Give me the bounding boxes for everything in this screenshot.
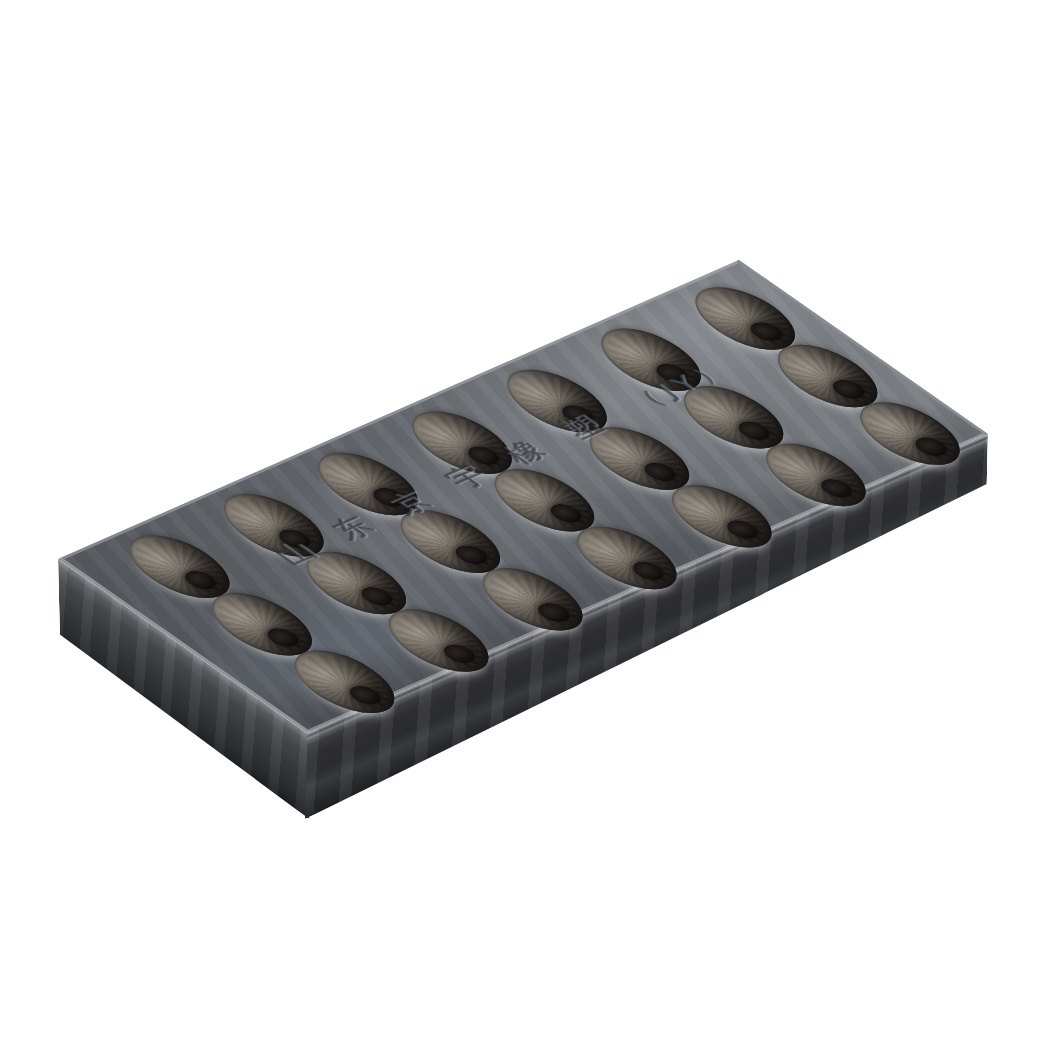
product-photo-scene: 山东京宇橡塑（JY） bbox=[0, 0, 1060, 1060]
